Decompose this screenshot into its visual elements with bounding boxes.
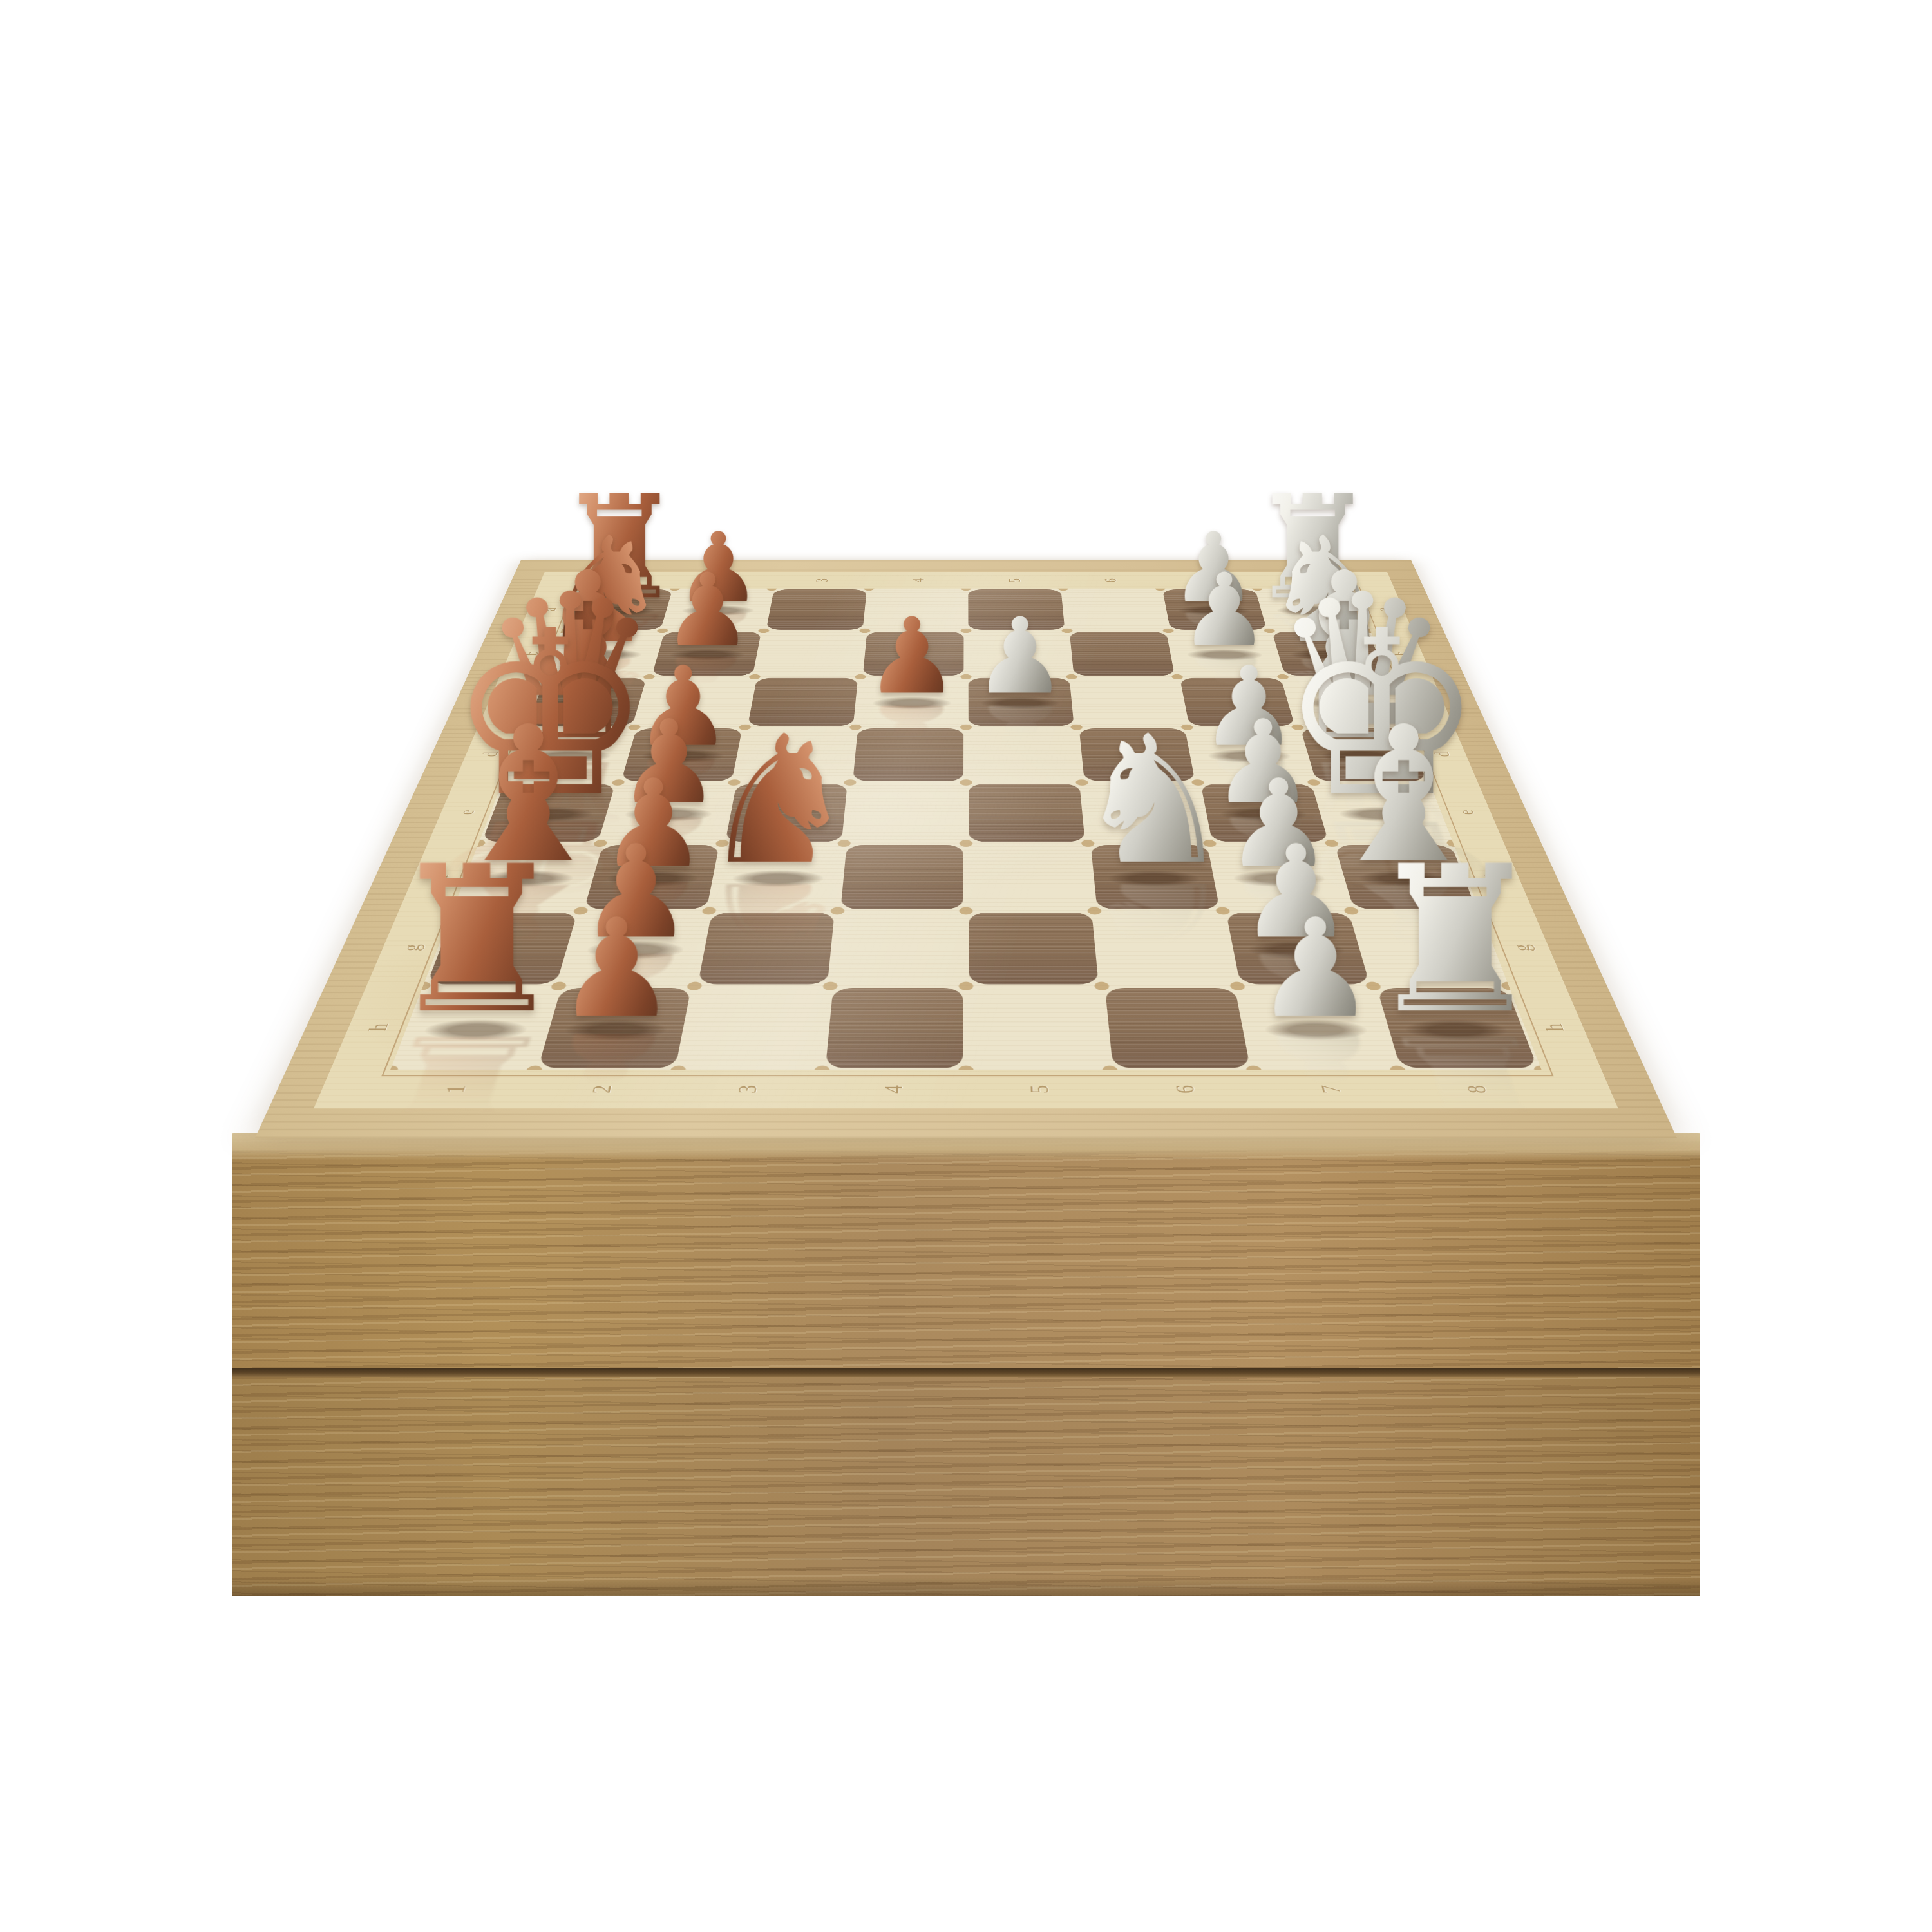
chess-board[interactable]: 1122334455667788aabbccddeeffgghh♜♜♟♟♟♟♜♜… <box>255 560 1677 1137</box>
square-h6[interactable] <box>1105 988 1251 1068</box>
pawn-glyph: ♟ <box>556 901 677 1037</box>
pawn-glyph: ♟ <box>1255 901 1376 1037</box>
knight-glyph: ♞ <box>699 712 858 889</box>
square-e5[interactable] <box>969 784 1085 842</box>
rank-label-back-5: 5 <box>966 572 1063 588</box>
board-perspective: 1122334455667788aabbccddeeffgghh♜♜♟♟♟♟♜♜… <box>419 235 1513 1330</box>
box-seam <box>232 1368 1700 1377</box>
product-photo-stage: 1122334455667788aabbccddeeffgghh♜♜♟♟♟♟♜♜… <box>0 0 1932 1932</box>
rook-glyph: ♜ <box>386 839 567 1041</box>
square-f4[interactable] <box>840 845 963 909</box>
square-g5[interactable] <box>969 913 1098 985</box>
square-h4[interactable] <box>826 988 963 1068</box>
box-base-front <box>232 1377 1700 1596</box>
rook-glyph: ♜ <box>1365 839 1546 1041</box>
square-b4[interactable] <box>863 632 964 676</box>
rank-label-back-3: 3 <box>772 572 871 588</box>
rank-label-back-6: 6 <box>1061 572 1160 588</box>
square-a3[interactable] <box>766 589 867 630</box>
square-b6[interactable] <box>1070 632 1175 676</box>
knight-glyph: ♞ <box>1074 712 1233 889</box>
piece-reflection-c5: ♟ <box>973 698 1072 749</box>
rank-label-back-4: 4 <box>869 572 966 588</box>
piece-reflection-a2: ♟ <box>664 606 762 649</box>
piece-reflection-b2: ♟ <box>650 650 753 697</box>
piece-reflection-c4: ♟ <box>860 698 959 749</box>
square-g3[interactable] <box>698 913 835 985</box>
square-a5[interactable] <box>968 589 1065 630</box>
